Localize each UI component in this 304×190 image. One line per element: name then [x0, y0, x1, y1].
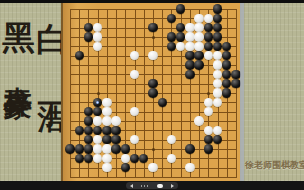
white-stone [176, 42, 185, 51]
black-stone [93, 98, 102, 107]
black-stone [213, 32, 222, 41]
black-stone [84, 107, 93, 116]
black-stone [148, 23, 157, 32]
black-stone [167, 14, 176, 23]
white-stone [167, 154, 176, 163]
progress-dots [141, 185, 149, 187]
black-stone [213, 4, 222, 13]
black-stone [167, 42, 176, 51]
star-point [152, 148, 155, 151]
black-stone [185, 60, 194, 69]
black-stone [84, 154, 93, 163]
board-edge-shadow [240, 3, 244, 181]
black-stone [222, 42, 231, 51]
star-point [207, 92, 210, 95]
white-stone [185, 23, 194, 32]
white-stone [93, 135, 102, 144]
black-stone [194, 60, 203, 69]
black-stone [111, 144, 120, 153]
white-stone [204, 107, 213, 116]
grid-line-vertical [162, 9, 163, 178]
black-stone [84, 32, 93, 41]
black-stone [84, 23, 93, 32]
white-stone [111, 116, 120, 125]
video-frame: 黑 白 辜梓豪 丁浩 徐老师围棋教室 [0, 0, 304, 190]
white-stone [213, 70, 222, 79]
grid-line-vertical [236, 9, 237, 178]
black-stone [222, 60, 231, 69]
black-stone [84, 116, 93, 125]
white-stone [194, 32, 203, 41]
white-stone [213, 60, 222, 69]
white-stone [204, 98, 213, 107]
black-stone [84, 144, 93, 153]
black-stone [213, 42, 222, 51]
black-stone [93, 107, 102, 116]
black-player-name: 辜梓豪 [3, 64, 31, 70]
black-stone [204, 23, 213, 32]
black-stone [204, 144, 213, 153]
white-stone [148, 51, 157, 60]
black-stone [121, 144, 130, 153]
grid-line-horizontal [70, 177, 237, 178]
black-stone [222, 70, 231, 79]
black-stone [167, 32, 176, 41]
white-stone [93, 144, 102, 153]
star-point [152, 36, 155, 39]
black-stone [111, 135, 120, 144]
white-stone [204, 126, 213, 135]
black-stone [185, 144, 194, 153]
white-stone [185, 42, 194, 51]
black-stone [176, 32, 185, 41]
white-stone [102, 154, 111, 163]
white-stone [93, 116, 102, 125]
black-stone [222, 51, 231, 60]
black-stone [102, 135, 111, 144]
black-stone [102, 126, 111, 135]
watermark: 徐老师围棋教室 [245, 159, 304, 172]
previous-move-icon[interactable] [130, 184, 133, 188]
white-stone [194, 23, 203, 32]
white-stone [102, 98, 111, 107]
white-stone [148, 163, 157, 172]
black-stone [75, 154, 84, 163]
white-stone [93, 23, 102, 32]
black-stone [185, 51, 194, 60]
go-board[interactable] [61, 3, 240, 181]
black-stone [84, 135, 93, 144]
black-stone [75, 51, 84, 60]
white-stone [204, 14, 213, 23]
black-stone [75, 144, 84, 153]
white-stone [93, 42, 102, 51]
black-stone [121, 163, 130, 172]
white-stone [185, 163, 194, 172]
black-stone [213, 135, 222, 144]
white-stone [93, 154, 102, 163]
last-move-marker [96, 101, 99, 104]
white-stone [213, 126, 222, 135]
black-stone [222, 79, 231, 88]
black-player-label: 黑 [2, 21, 35, 54]
white-stone [213, 79, 222, 88]
white-stone [194, 14, 203, 23]
black-stone [185, 70, 194, 79]
white-stone [130, 107, 139, 116]
white-stone [204, 51, 213, 60]
black-stone [194, 51, 203, 60]
white-stone [194, 116, 203, 125]
star-point [97, 92, 100, 95]
white-stone [194, 42, 203, 51]
video-control-bar [0, 181, 304, 190]
next-move-icon[interactable] [171, 184, 174, 188]
black-stone [75, 126, 84, 135]
white-stone [167, 135, 176, 144]
white-stone [102, 163, 111, 172]
black-stone [130, 154, 139, 163]
white-stone [102, 144, 111, 153]
white-stone [121, 154, 130, 163]
white-stone [93, 32, 102, 41]
black-stone [111, 126, 120, 135]
white-stone [213, 51, 222, 60]
black-stone [213, 14, 222, 23]
black-stone [213, 23, 222, 32]
white-stone [185, 32, 194, 41]
white-stone [213, 98, 222, 107]
white-stone [130, 70, 139, 79]
black-stone [93, 126, 102, 135]
white-stone [102, 116, 111, 125]
black-stone [176, 23, 185, 32]
black-stone [84, 126, 93, 135]
black-stone [65, 144, 74, 153]
play-pause-knob[interactable] [157, 184, 163, 188]
black-stone [204, 42, 213, 51]
white-stone [130, 51, 139, 60]
playback-pill[interactable] [126, 182, 178, 189]
black-stone [148, 79, 157, 88]
black-stone [222, 88, 231, 97]
black-stone [139, 154, 148, 163]
black-stone [148, 88, 157, 97]
black-stone [204, 135, 213, 144]
white-stone [102, 107, 111, 116]
white-stone [130, 135, 139, 144]
black-stone [204, 32, 213, 41]
black-stone [176, 4, 185, 13]
black-stone [158, 98, 167, 107]
white-stone [213, 88, 222, 97]
